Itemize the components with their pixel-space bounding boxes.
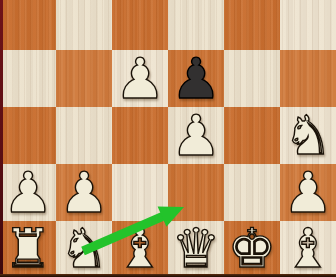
square-a5[interactable] [0, 0, 56, 50]
white-knight-f3[interactable]: ♞ [284, 109, 332, 163]
white-rook-a1[interactable]: ♜ [4, 222, 52, 276]
black-pawn-d4[interactable]: ♟ [171, 51, 221, 107]
square-c1[interactable]: ♝ [112, 221, 168, 277]
white-pawn-d3[interactable]: ♟ [171, 108, 221, 164]
square-c2[interactable] [112, 164, 168, 221]
square-e2[interactable] [224, 164, 280, 221]
square-a1[interactable]: ♜ [0, 221, 56, 277]
chessboard: ♟♟♟♞♟♟♟♜♞♝♛♚♝ [0, 0, 336, 277]
white-bishop-c1[interactable]: ♝ [116, 222, 164, 276]
white-pawn-a2[interactable]: ♟ [3, 165, 53, 221]
white-knight-b1[interactable]: ♞ [60, 222, 108, 276]
square-b1[interactable]: ♞ [56, 221, 112, 277]
white-pawn-b2[interactable]: ♟ [59, 165, 109, 221]
white-pawn-c4[interactable]: ♟ [115, 51, 165, 107]
square-a4[interactable] [0, 50, 56, 107]
square-d3[interactable]: ♟ [168, 107, 224, 164]
square-e3[interactable] [224, 107, 280, 164]
square-d5[interactable] [168, 0, 224, 50]
square-e5[interactable] [224, 0, 280, 50]
square-b3[interactable] [56, 107, 112, 164]
square-c3[interactable] [112, 107, 168, 164]
square-f3[interactable]: ♞ [280, 107, 336, 164]
white-king-e1[interactable]: ♚ [228, 222, 276, 276]
square-a3[interactable] [0, 107, 56, 164]
white-queen-d1[interactable]: ♛ [172, 222, 220, 276]
square-d1[interactable]: ♛ [168, 221, 224, 277]
square-b5[interactable] [56, 0, 112, 50]
square-e1[interactable]: ♚ [224, 221, 280, 277]
white-bishop-f1[interactable]: ♝ [284, 222, 332, 276]
square-c5[interactable] [112, 0, 168, 50]
square-f4[interactable] [280, 50, 336, 107]
square-f2[interactable]: ♟ [280, 164, 336, 221]
board-grid: ♟♟♟♞♟♟♟♜♞♝♛♚♝ [0, 0, 336, 277]
square-a2[interactable]: ♟ [0, 164, 56, 221]
square-d4[interactable]: ♟ [168, 50, 224, 107]
square-f5[interactable] [280, 0, 336, 50]
board-left-edge [0, 0, 3, 277]
square-c4[interactable]: ♟ [112, 50, 168, 107]
square-f1[interactable]: ♝ [280, 221, 336, 277]
square-d2[interactable] [168, 164, 224, 221]
square-b4[interactable] [56, 50, 112, 107]
white-pawn-f2[interactable]: ♟ [283, 165, 333, 221]
square-e4[interactable] [224, 50, 280, 107]
square-b2[interactable]: ♟ [56, 164, 112, 221]
